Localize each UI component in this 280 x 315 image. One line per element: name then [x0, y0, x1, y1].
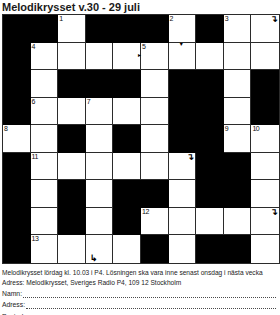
block-cell	[224, 153, 252, 181]
block-cell	[196, 125, 224, 153]
block-cell	[3, 153, 31, 181]
footer: Melodikrysset lördag kl. 10.03 i P4. Lös…	[2, 268, 276, 315]
clue-number: 11	[32, 153, 38, 161]
grid-cell[interactable]: 11	[31, 153, 59, 181]
grid-cell[interactable]	[141, 70, 169, 98]
block-cell	[141, 180, 169, 208]
name-field: Namn:	[2, 290, 276, 298]
grid-cell[interactable]: 3	[224, 15, 252, 43]
grid-cell[interactable]	[224, 70, 252, 98]
address-field: Adress:	[2, 301, 276, 309]
clue-number: 4	[32, 43, 35, 51]
grid-cell[interactable]	[31, 70, 59, 98]
clue-number: 13	[32, 235, 39, 243]
block-cell	[196, 153, 224, 181]
grid-cell[interactable]: ↴	[251, 15, 279, 43]
block-cell	[58, 180, 86, 208]
grid-cell[interactable]: ▾	[169, 43, 197, 71]
clue-number: 8	[4, 125, 7, 133]
grid-cell[interactable]	[251, 43, 279, 71]
grid-cell[interactable]	[113, 98, 141, 126]
block-cell	[113, 208, 141, 236]
block-cell	[113, 125, 141, 153]
block-cell	[113, 180, 141, 208]
block-cell	[3, 180, 31, 208]
grid-cell[interactable]: 10	[251, 125, 279, 153]
grid-cell[interactable]	[251, 235, 279, 263]
direction-arrow-icon: ▾	[180, 41, 183, 47]
block-cell	[3, 15, 31, 43]
grid-cell[interactable]	[169, 208, 197, 236]
block-cell	[3, 208, 31, 236]
grid-cell[interactable]	[31, 180, 59, 208]
grid-cell[interactable]	[113, 235, 141, 263]
block-cell	[169, 98, 197, 126]
grid-cell[interactable]: 7	[86, 98, 114, 126]
name-field-line	[23, 292, 276, 298]
grid-cell[interactable]	[169, 235, 197, 263]
clue-number: 1	[59, 15, 62, 23]
grid-cell[interactable]	[58, 98, 86, 126]
grid-cell[interactable]	[169, 180, 197, 208]
block-cell	[3, 98, 31, 126]
block-cell	[86, 70, 114, 98]
block-cell	[86, 15, 114, 43]
block-cell	[3, 235, 31, 263]
grid-cell[interactable]: ↴	[169, 153, 197, 181]
grid-cell[interactable]: 1	[58, 15, 86, 43]
block-cell	[251, 98, 279, 126]
block-cell	[141, 15, 169, 43]
grid-cell[interactable]: 9	[224, 125, 252, 153]
grid-cell[interactable]: 8	[3, 125, 31, 153]
block-cell	[31, 15, 59, 43]
page-title: Melodikrysset v.30 - 29 juli	[2, 1, 280, 13]
block-cell	[169, 70, 197, 98]
grid-cell[interactable]	[141, 98, 169, 126]
grid-cell[interactable]: 2	[169, 15, 197, 43]
block-cell	[224, 180, 252, 208]
block-cell	[3, 43, 31, 71]
direction-arrow-icon: ↴	[270, 208, 278, 217]
grid-cell[interactable]	[251, 153, 279, 181]
grid-cell[interactable]	[224, 208, 252, 236]
footer-info-line-1: Melodikrysset lördag kl. 10.03 i P4. Lös…	[2, 268, 276, 278]
grid-cell[interactable]: 4	[31, 43, 59, 71]
block-cell	[113, 70, 141, 98]
direction-arrow-icon: ↴	[187, 153, 195, 162]
block-cell	[141, 235, 169, 263]
block-cell	[58, 125, 86, 153]
grid-cell[interactable]	[113, 153, 141, 181]
block-cell	[196, 15, 224, 43]
grid-cell[interactable]: 12	[141, 208, 169, 236]
direction-arrow-icon: ▸	[138, 52, 141, 58]
grid-cell[interactable]	[58, 235, 86, 263]
grid-cell[interactable]	[251, 180, 279, 208]
grid-cell[interactable]: 6	[31, 98, 59, 126]
block-cell	[58, 70, 86, 98]
clue-number: 5	[142, 43, 145, 51]
grid-cell[interactable]	[86, 125, 114, 153]
block-cell	[196, 235, 224, 263]
grid-cell[interactable]	[58, 43, 86, 71]
direction-arrow-icon: ↳	[90, 254, 98, 263]
clue-number: 12	[142, 208, 149, 216]
grid-cell[interactable]	[86, 208, 114, 236]
grid-cell[interactable]	[86, 180, 114, 208]
footer-info-line-2: Adress: Melodikrysset, Sveriges Radio P4…	[2, 278, 276, 288]
grid-cell[interactable]	[141, 153, 169, 181]
grid-cell[interactable]	[224, 43, 252, 71]
grid-cell[interactable]	[196, 208, 224, 236]
block-cell	[113, 15, 141, 43]
grid-cell[interactable]	[113, 43, 141, 71]
block-cell	[196, 70, 224, 98]
block-cell	[224, 235, 252, 263]
name-field-label: Namn:	[2, 290, 22, 298]
grid-cell[interactable]: 5▸	[141, 43, 169, 71]
block-cell	[58, 208, 86, 236]
grid-cell[interactable]: 13	[31, 235, 59, 263]
address-field-label: Adress:	[2, 301, 25, 309]
block-cell	[196, 180, 224, 208]
block-cell	[196, 98, 224, 126]
grid-cell[interactable]	[58, 153, 86, 181]
block-cell	[251, 70, 279, 98]
grid-cell[interactable]: ↴	[251, 208, 279, 236]
crossword-board: 123↴45▸▾67891011↴12↴13↳	[2, 14, 280, 264]
grid-cell[interactable]	[31, 208, 59, 236]
address-field-line	[26, 303, 276, 309]
grid-cell[interactable]	[86, 153, 114, 181]
clue-number: 9	[225, 125, 228, 133]
clue-number: 3	[225, 15, 228, 23]
clue-number: 6	[32, 98, 35, 106]
grid-cell[interactable]	[86, 43, 114, 71]
grid-cell[interactable]	[196, 43, 224, 71]
block-cell	[169, 125, 197, 153]
grid-cell[interactable]: ↳	[86, 235, 114, 263]
clue-number: 2	[170, 15, 173, 23]
clue-number: 7	[87, 98, 90, 106]
clue-number: 10	[252, 125, 259, 133]
block-cell	[3, 70, 31, 98]
grid-cell[interactable]	[141, 125, 169, 153]
grid-cell[interactable]	[31, 125, 59, 153]
grid-cell[interactable]	[224, 98, 252, 126]
direction-arrow-icon: ↴	[270, 15, 278, 24]
